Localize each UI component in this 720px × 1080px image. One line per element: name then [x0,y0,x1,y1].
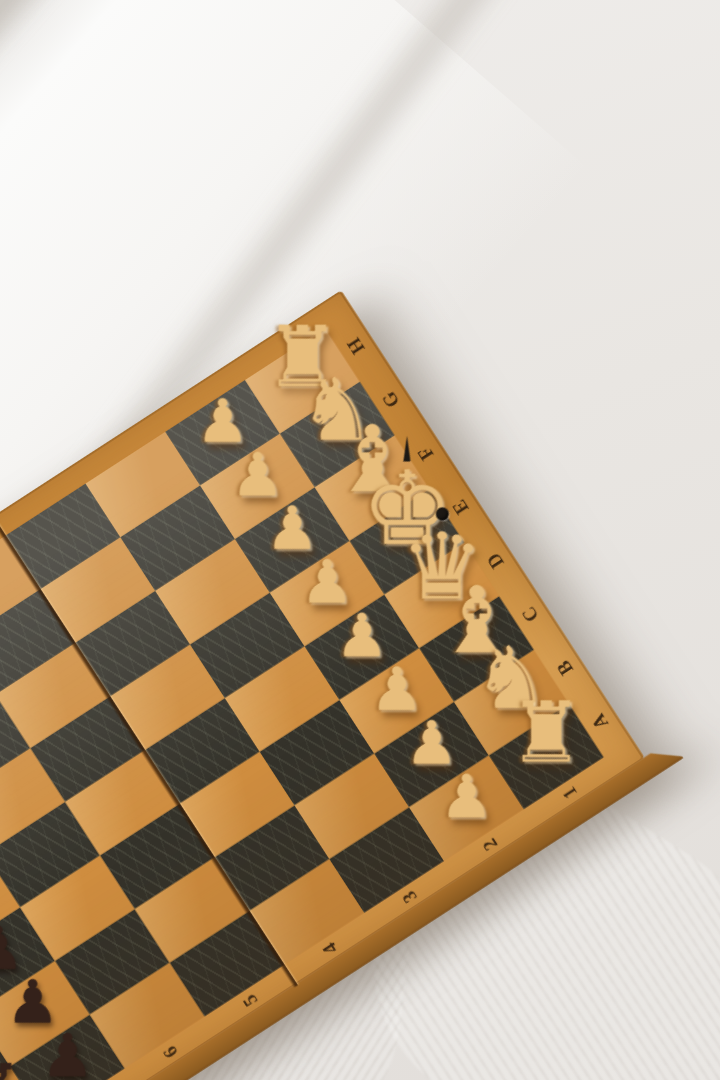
chess-board: ♜♟♟♜♞♟♟♞♝♟♟♝♚♟♟♚♛♟♟♛♝♟♟♝♞♟♟♞♜♟♟♜ 8765432… [0,290,645,1080]
file-label-C: C [490,581,571,647]
file-label-G: G [351,366,432,432]
sheet-shadow-top-left [0,0,340,280]
photo-scene: ♜♟♟♜♞♟♟♞♝♟♟♝♚♟♟♚♛♟♟♛♝♟♟♝♞♟♟♞♜♟♟♜ 8765432… [0,0,720,1080]
file-label-A: A [560,688,641,754]
board-frame: ♜♟♟♜♞♟♟♞♝♟♟♝♚♟♟♚♛♟♟♛♝♟♟♝♞♟♟♞♜♟♟♜ 8765432… [0,290,645,1080]
file-label-E: E [421,474,502,540]
